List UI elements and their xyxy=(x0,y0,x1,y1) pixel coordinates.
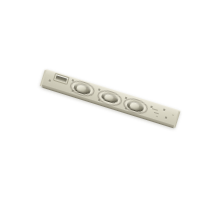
metal-plate xyxy=(41,69,180,126)
product-photo-canvas xyxy=(0,0,220,198)
round-fitting-2-recess xyxy=(100,92,119,105)
round-fitting-3-boss xyxy=(129,102,140,111)
slot-window-recess xyxy=(56,76,67,83)
round-fitting-2-boss xyxy=(104,94,115,103)
